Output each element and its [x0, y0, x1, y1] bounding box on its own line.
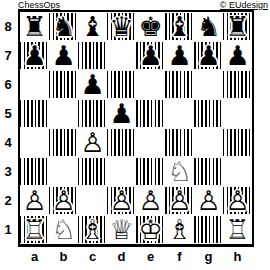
chess-board: ♜♞♝♛♚♝♞♜♟♟♟♟♟♟♟♟♟♙♞♘♟♙♟♙♟♙♟♙♟♙♟♙♟♙♜♖♞♘♝♗… — [18, 10, 254, 247]
square-h3[interactable] — [223, 157, 252, 186]
square-f1[interactable]: ♝♗ — [165, 215, 194, 244]
black-queen: ♛ — [107, 12, 136, 41]
square-g6[interactable] — [194, 70, 223, 99]
black-king: ♚ — [136, 12, 165, 41]
square-g2[interactable]: ♟♙ — [194, 186, 223, 215]
black-knight: ♞ — [49, 12, 78, 41]
black-pawn: ♟ — [49, 41, 78, 70]
square-e4[interactable] — [136, 128, 165, 157]
square-f7[interactable]: ♟ — [165, 41, 194, 70]
square-g5[interactable] — [194, 99, 223, 128]
white-rook: ♜♖ — [20, 215, 49, 244]
square-d5[interactable]: ♟ — [107, 99, 136, 128]
square-c5[interactable] — [78, 99, 107, 128]
square-d1[interactable]: ♛♕ — [107, 215, 136, 244]
black-bishop: ♝ — [165, 12, 194, 41]
rank-label-5: 5 — [0, 99, 16, 128]
square-f2[interactable]: ♟♙ — [165, 186, 194, 215]
black-pawn: ♟ — [136, 41, 165, 70]
square-a6[interactable] — [20, 70, 49, 99]
square-d6[interactable] — [107, 70, 136, 99]
file-label-b: b — [49, 250, 78, 264]
rank-label-1: 1 — [0, 215, 16, 244]
square-c4[interactable]: ♟♙ — [78, 128, 107, 157]
square-b7[interactable]: ♟ — [49, 41, 78, 70]
file-label-e: e — [136, 250, 165, 264]
square-b4[interactable] — [49, 128, 78, 157]
square-g8[interactable]: ♞ — [194, 12, 223, 41]
square-g7[interactable]: ♟ — [194, 41, 223, 70]
square-a2[interactable]: ♟♙ — [20, 186, 49, 215]
square-c8[interactable]: ♝ — [78, 12, 107, 41]
square-f8[interactable]: ♝ — [165, 12, 194, 41]
white-pawn: ♟♙ — [20, 186, 49, 215]
square-e1[interactable]: ♚♔ — [136, 215, 165, 244]
square-h1[interactable]: ♜♖ — [223, 215, 252, 244]
square-b6[interactable] — [49, 70, 78, 99]
square-e3[interactable] — [136, 157, 165, 186]
rank-label-4: 4 — [0, 128, 16, 157]
white-pawn: ♟♙ — [165, 186, 194, 215]
square-h5[interactable] — [223, 99, 252, 128]
white-rook: ♜♖ — [223, 215, 252, 244]
white-pawn: ♟♙ — [223, 186, 252, 215]
square-a4[interactable] — [20, 128, 49, 157]
white-knight: ♞♘ — [49, 215, 78, 244]
black-rook: ♜ — [223, 12, 252, 41]
square-d2[interactable]: ♟♙ — [107, 186, 136, 215]
black-pawn: ♟ — [194, 41, 223, 70]
square-h7[interactable]: ♟ — [223, 41, 252, 70]
white-bishop: ♝♗ — [78, 215, 107, 244]
rank-label-2: 2 — [0, 186, 16, 215]
square-e2[interactable]: ♟♙ — [136, 186, 165, 215]
file-label-d: d — [107, 250, 136, 264]
white-pawn: ♟♙ — [136, 186, 165, 215]
square-b8[interactable]: ♞ — [49, 12, 78, 41]
square-a8[interactable]: ♜ — [20, 12, 49, 41]
black-pawn: ♟ — [107, 99, 136, 128]
square-c3[interactable] — [78, 157, 107, 186]
square-c1[interactable]: ♝♗ — [78, 215, 107, 244]
rank-label-3: 3 — [0, 157, 16, 186]
black-bishop: ♝ — [78, 12, 107, 41]
white-knight: ♞♘ — [165, 157, 194, 186]
square-f4[interactable] — [165, 128, 194, 157]
square-e8[interactable]: ♚ — [136, 12, 165, 41]
white-pawn: ♟♙ — [49, 186, 78, 215]
white-pawn: ♟♙ — [107, 186, 136, 215]
square-c7[interactable] — [78, 41, 107, 70]
file-label-a: a — [20, 250, 49, 264]
square-c2[interactable] — [78, 186, 107, 215]
file-labels: abcdefgh — [20, 250, 252, 264]
square-a7[interactable]: ♟ — [20, 41, 49, 70]
app-title: ChessOps — [18, 0, 60, 10]
square-d3[interactable] — [107, 157, 136, 186]
square-f5[interactable] — [165, 99, 194, 128]
square-a5[interactable] — [20, 99, 49, 128]
black-pawn: ♟ — [20, 41, 49, 70]
square-h6[interactable] — [223, 70, 252, 99]
square-h8[interactable]: ♜ — [223, 12, 252, 41]
credit-label: © EUdesign — [220, 0, 268, 10]
file-label-c: c — [78, 250, 107, 264]
square-b1[interactable]: ♞♘ — [49, 215, 78, 244]
file-label-f: f — [165, 250, 194, 264]
square-g3[interactable] — [194, 157, 223, 186]
black-rook: ♜ — [20, 12, 49, 41]
square-a1[interactable]: ♜♖ — [20, 215, 49, 244]
white-king: ♚♔ — [136, 215, 165, 244]
square-b2[interactable]: ♟♙ — [49, 186, 78, 215]
rank-label-8: 8 — [0, 12, 16, 41]
black-pawn: ♟ — [165, 41, 194, 70]
rank-label-6: 6 — [0, 70, 16, 99]
square-b5[interactable] — [49, 99, 78, 128]
square-c6[interactable]: ♟ — [78, 70, 107, 99]
square-f3[interactable]: ♞♘ — [165, 157, 194, 186]
chess-diagram: ChessOps © EUdesign 87654321 ♜♞♝♛♚♝♞♜♟♟♟… — [0, 0, 270, 270]
white-bishop: ♝♗ — [165, 215, 194, 244]
square-h4[interactable] — [223, 128, 252, 157]
rank-label-7: 7 — [0, 41, 16, 70]
square-a3[interactable] — [20, 157, 49, 186]
black-pawn: ♟ — [78, 70, 107, 99]
black-pawn: ♟ — [223, 41, 252, 70]
square-e6[interactable] — [136, 70, 165, 99]
rank-labels: 87654321 — [0, 12, 16, 244]
square-f6[interactable] — [165, 70, 194, 99]
square-e7[interactable]: ♟ — [136, 41, 165, 70]
square-d8[interactable]: ♛ — [107, 12, 136, 41]
black-knight: ♞ — [194, 12, 223, 41]
white-pawn: ♟♙ — [194, 186, 223, 215]
square-h2[interactable]: ♟♙ — [223, 186, 252, 215]
square-d7[interactable] — [107, 41, 136, 70]
file-label-h: h — [223, 250, 252, 264]
file-label-g: g — [194, 250, 223, 264]
square-e5[interactable] — [136, 99, 165, 128]
square-b3[interactable] — [49, 157, 78, 186]
square-g1[interactable] — [194, 215, 223, 244]
square-g4[interactable] — [194, 128, 223, 157]
square-d4[interactable] — [107, 128, 136, 157]
white-queen: ♛♕ — [107, 215, 136, 244]
white-pawn: ♟♙ — [78, 128, 107, 157]
